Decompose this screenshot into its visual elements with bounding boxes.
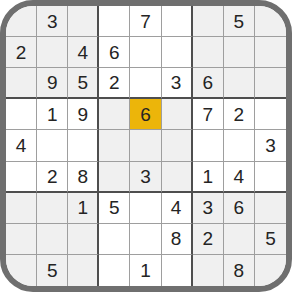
cell-r2c9[interactable] <box>255 37 286 68</box>
sudoku-board: 3752469523619672432831415436825518 <box>0 0 292 292</box>
cell-r2c2[interactable] <box>37 37 68 68</box>
cell-r4c5[interactable]: 6 <box>130 99 161 130</box>
cell-r1c2[interactable]: 3 <box>37 6 68 37</box>
cell-r6c1[interactable] <box>6 162 37 193</box>
cell-r5c4[interactable] <box>99 130 130 161</box>
cell-r5c2[interactable] <box>37 130 68 161</box>
cell-r8c1[interactable] <box>6 224 37 255</box>
cell-r2c7[interactable] <box>193 37 224 68</box>
cell-r8c7[interactable]: 2 <box>193 224 224 255</box>
cell-r4c9[interactable] <box>255 99 286 130</box>
cell-r8c2[interactable] <box>37 224 68 255</box>
cell-r8c8[interactable] <box>224 224 255 255</box>
cell-r9c6[interactable] <box>162 255 193 286</box>
cell-r4c1[interactable] <box>6 99 37 130</box>
cell-r8c3[interactable] <box>68 224 99 255</box>
cell-r5c6[interactable] <box>162 130 193 161</box>
cell-r4c4[interactable] <box>99 99 130 130</box>
sudoku-grid: 3752469523619672432831415436825518 <box>6 6 286 286</box>
cell-r9c1[interactable] <box>6 255 37 286</box>
cell-r1c5[interactable]: 7 <box>130 6 161 37</box>
cell-r2c4[interactable]: 6 <box>99 37 130 68</box>
cell-r1c8[interactable]: 5 <box>224 6 255 37</box>
cell-r3c5[interactable] <box>130 68 161 99</box>
cell-r6c2[interactable]: 2 <box>37 162 68 193</box>
cell-r3c6[interactable]: 3 <box>162 68 193 99</box>
cell-r9c4[interactable] <box>99 255 130 286</box>
cell-r4c3[interactable]: 9 <box>68 99 99 130</box>
cell-r2c3[interactable]: 4 <box>68 37 99 68</box>
cell-r1c7[interactable] <box>193 6 224 37</box>
cell-r8c5[interactable] <box>130 224 161 255</box>
cell-r3c9[interactable] <box>255 68 286 99</box>
cell-r3c8[interactable] <box>224 68 255 99</box>
cell-r7c5[interactable] <box>130 193 161 224</box>
cell-r5c3[interactable] <box>68 130 99 161</box>
cell-r2c6[interactable] <box>162 37 193 68</box>
cell-r2c1[interactable]: 2 <box>6 37 37 68</box>
cell-r7c9[interactable] <box>255 193 286 224</box>
cell-r8c4[interactable] <box>99 224 130 255</box>
cell-r7c3[interactable]: 1 <box>68 193 99 224</box>
cell-r6c6[interactable] <box>162 162 193 193</box>
cell-r2c8[interactable] <box>224 37 255 68</box>
cell-r9c3[interactable] <box>68 255 99 286</box>
cell-r7c1[interactable] <box>6 193 37 224</box>
cell-r3c2[interactable]: 9 <box>37 68 68 99</box>
cell-r8c6[interactable]: 8 <box>162 224 193 255</box>
cell-r5c1[interactable]: 4 <box>6 130 37 161</box>
cell-r6c9[interactable] <box>255 162 286 193</box>
cell-r5c8[interactable] <box>224 130 255 161</box>
cell-r6c7[interactable]: 1 <box>193 162 224 193</box>
cell-r7c2[interactable] <box>37 193 68 224</box>
cell-r9c9[interactable] <box>255 255 286 286</box>
cell-r3c4[interactable]: 2 <box>99 68 130 99</box>
cell-r1c3[interactable] <box>68 6 99 37</box>
cell-r3c3[interactable]: 5 <box>68 68 99 99</box>
cell-r4c7[interactable]: 7 <box>193 99 224 130</box>
cell-r5c7[interactable] <box>193 130 224 161</box>
cell-r9c5[interactable]: 1 <box>130 255 161 286</box>
cell-r1c1[interactable] <box>6 6 37 37</box>
cell-r8c9[interactable]: 5 <box>255 224 286 255</box>
cell-r1c9[interactable] <box>255 6 286 37</box>
cell-r9c8[interactable]: 8 <box>224 255 255 286</box>
cell-r5c5[interactable] <box>130 130 161 161</box>
cell-r6c5[interactable]: 3 <box>130 162 161 193</box>
sudoku-app-screen: 3752469523619672432831415436825518 <box>0 0 292 292</box>
cell-r9c7[interactable] <box>193 255 224 286</box>
cell-r7c8[interactable]: 6 <box>224 193 255 224</box>
cell-r4c8[interactable]: 2 <box>224 99 255 130</box>
cell-r4c6[interactable] <box>162 99 193 130</box>
cell-r3c7[interactable]: 6 <box>193 68 224 99</box>
cell-r5c9[interactable]: 3 <box>255 130 286 161</box>
cell-r4c2[interactable]: 1 <box>37 99 68 130</box>
cell-r6c8[interactable]: 4 <box>224 162 255 193</box>
cell-r1c6[interactable] <box>162 6 193 37</box>
cell-r7c6[interactable]: 4 <box>162 193 193 224</box>
cell-r9c2[interactable]: 5 <box>37 255 68 286</box>
cell-r7c4[interactable]: 5 <box>99 193 130 224</box>
cell-r6c4[interactable] <box>99 162 130 193</box>
cell-r2c5[interactable] <box>130 37 161 68</box>
cell-r6c3[interactable]: 8 <box>68 162 99 193</box>
cell-r7c7[interactable]: 3 <box>193 193 224 224</box>
cell-r3c1[interactable] <box>6 68 37 99</box>
cell-r1c4[interactable] <box>99 6 130 37</box>
